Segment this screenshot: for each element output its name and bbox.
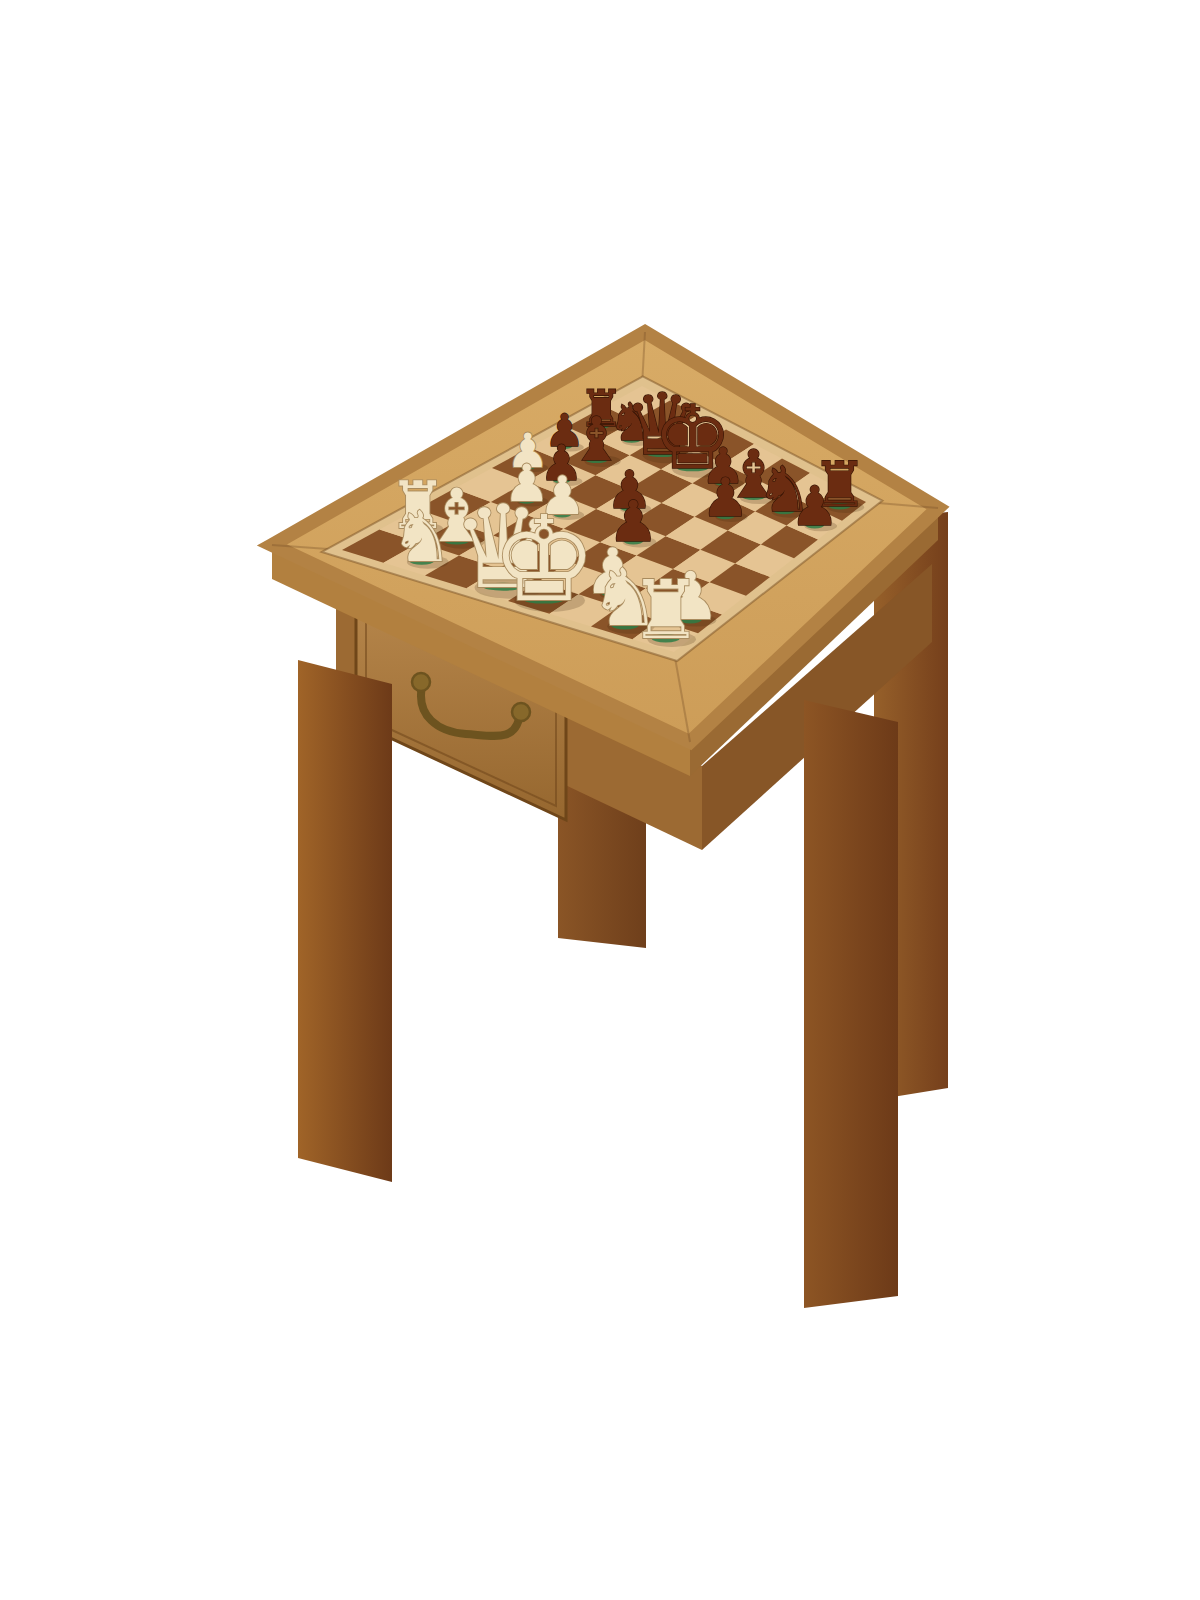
piece-white-rook-h1[interactable]: ♜ <box>629 563 702 657</box>
table-leg-front-near <box>804 700 898 1308</box>
glyph-white-knight-icon: ♞ <box>390 496 453 577</box>
table-leg-front-left <box>298 660 392 1182</box>
piece-white-king-e1[interactable]: ♚ <box>491 491 597 628</box>
glyph-white-rook-icon: ♜ <box>629 563 702 657</box>
chess-table-photo: ♜♞♟♛♝♟♚♟♟♝♟♜♟♞♟♟♟♜♝♟♞♛♟♚♟♞♜ <box>0 0 1200 1600</box>
glyph-black-pawn-icon: ♟ <box>790 474 839 538</box>
handle-rosette-left <box>412 673 430 691</box>
glyph-black-pawn-icon: ♟ <box>702 466 750 529</box>
handle-rosette-right <box>512 703 530 721</box>
piece-white-knight-b1[interactable]: ♞ <box>390 496 453 577</box>
piece-black-pawn-f6[interactable]: ♟ <box>702 466 750 529</box>
piece-black-pawn-h7[interactable]: ♟ <box>790 474 839 538</box>
glyph-white-king-icon: ♚ <box>491 491 597 628</box>
